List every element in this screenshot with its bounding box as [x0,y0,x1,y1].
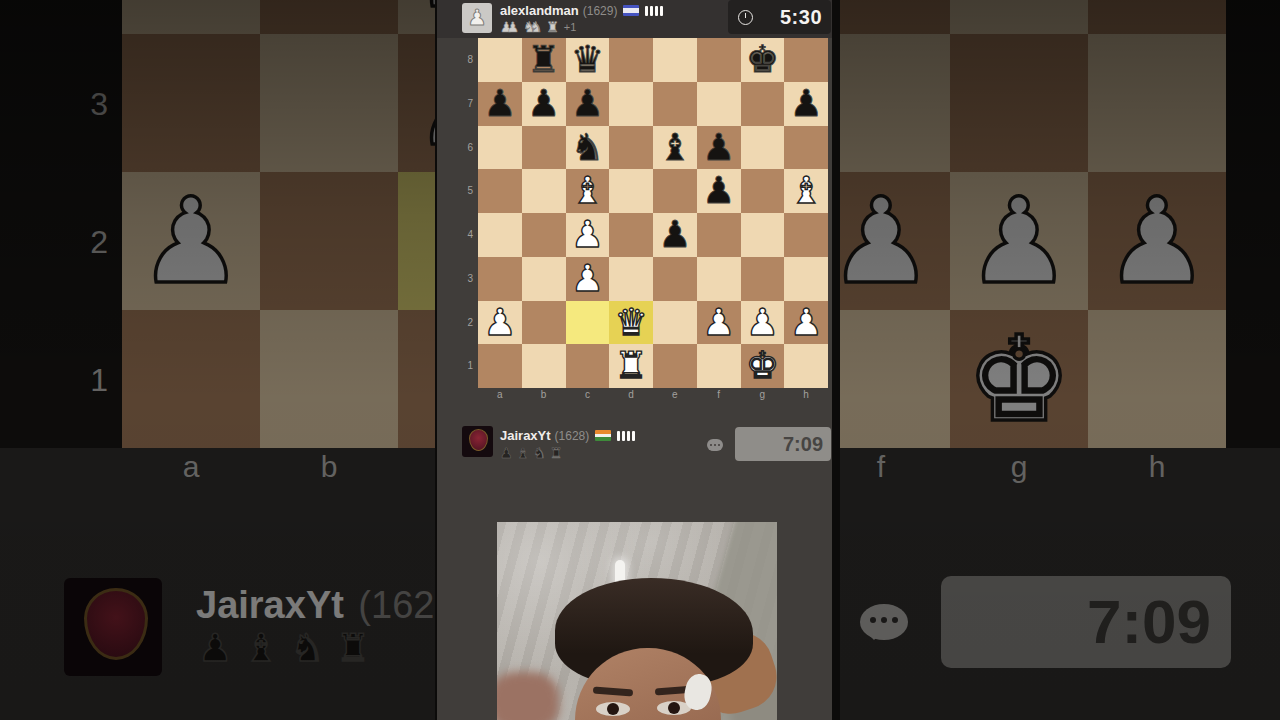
piece-white-pawn: ♟ [566,213,610,256]
phone-right-edge [832,0,840,720]
india-flag-icon [595,430,611,441]
square-f5[interactable]: ♟ [697,169,741,213]
square-b3[interactable] [522,257,566,301]
bottom-player-bar[interactable]: JairaxYt (1628) ♟♝♞♜ 7:09 [437,424,832,462]
webcam-wall-patch [497,672,559,720]
square-a4[interactable] [478,213,522,257]
square-b7[interactable]: ♟ [522,82,566,126]
square-h7[interactable]: ♟ [784,82,828,126]
square-a6[interactable] [478,126,522,170]
square-b4[interactable] [522,213,566,257]
square-h8[interactable] [784,38,828,82]
file-label-c: c [566,388,610,401]
square-c1[interactable] [566,344,610,388]
bottom-player-rating: (1628) [555,429,590,443]
piece-black-pawn: ♟ [784,82,828,125]
top-player-name: alexlandman [500,3,579,18]
top-player-clock: 5:30 [728,0,831,34]
captured-pawn-icon: ♟ [500,446,513,460]
clock-ticking-icon [738,10,753,25]
webcam-person-eye [596,702,630,716]
piece-black-pawn: ♟ [522,82,566,125]
square-e7[interactable] [653,82,697,126]
square-e8[interactable] [653,38,697,82]
square-d1[interactable]: ♜ [609,344,653,388]
file-label-e: e [653,388,697,401]
square-g4[interactable] [741,213,785,257]
crest-icon [469,429,488,451]
square-d5[interactable] [609,169,653,213]
file-label-d: d [609,388,653,401]
bottom-player-avatar[interactable] [462,426,493,457]
square-g6[interactable] [741,126,785,170]
square-g3[interactable] [741,257,785,301]
rank-label-7: 7 [437,82,473,126]
top-player-bar[interactable]: ♟ alexlandman (1629) ♟♟♞♞♜+1 5:30 [437,0,832,38]
square-d2[interactable]: ♛ [609,301,653,345]
rank-label-1: 1 [437,344,473,388]
square-h3[interactable] [784,257,828,301]
captured-knight-icon: ♞ [533,446,546,460]
captured-rook-icon: ♜ [546,20,559,34]
piece-black-pawn: ♟ [697,169,741,212]
bottom-player-name: JairaxYt [500,428,551,443]
top-player-rating: (1629) [583,4,618,18]
piece-white-bishop: ♝ [566,169,610,212]
square-b5[interactable] [522,169,566,213]
square-c2[interactable] [566,301,610,345]
square-d7[interactable] [609,82,653,126]
signal-bars-icon [645,6,665,16]
rank-label-3: 3 [437,257,473,301]
piece-black-pawn: ♟ [566,82,610,125]
square-c3[interactable]: ♟ [566,257,610,301]
square-c5[interactable]: ♝ [566,169,610,213]
piece-white-pawn: ♟ [784,301,828,344]
captured-pawn-icon: ♟ [507,20,520,34]
square-c8[interactable]: ♛ [566,38,610,82]
square-f1[interactable] [697,344,741,388]
square-d6[interactable] [609,126,653,170]
square-b6[interactable] [522,126,566,170]
piece-black-queen: ♛ [566,38,610,81]
square-a5[interactable] [478,169,522,213]
square-d4[interactable] [609,213,653,257]
captured-rook-icon: ♜ [550,446,563,460]
file-label-a: a [478,388,522,401]
square-g5[interactable] [741,169,785,213]
rank-label-2: 2 [437,301,473,345]
top-clock-time: 5:30 [753,6,831,29]
bottom-captured-tray: ♟♝♞♜ [500,445,562,460]
square-h4[interactable] [784,213,828,257]
webcam-feed [497,522,777,720]
file-label-g: g [741,388,785,401]
file-label-h: h [784,388,828,401]
file-labels: abcdefgh [478,388,828,401]
piece-white-queen: ♛ [609,301,653,344]
piece-white-rook: ♜ [609,344,653,387]
square-g1[interactable]: ♚ [741,344,785,388]
square-d8[interactable] [609,38,653,82]
signal-bars-icon [617,431,637,441]
rank-label-4: 4 [437,213,473,257]
square-f7[interactable] [697,82,741,126]
rank-label-5: 5 [437,169,473,213]
square-e6[interactable]: ♝ [653,126,697,170]
square-c7[interactable]: ♟ [566,82,610,126]
square-d3[interactable] [609,257,653,301]
square-h5[interactable]: ♝ [784,169,828,213]
square-b8[interactable]: ♜ [522,38,566,82]
top-player-avatar[interactable]: ♟ [462,3,492,33]
piece-white-king: ♚ [741,344,785,387]
square-h6[interactable] [784,126,828,170]
square-a1[interactable] [478,344,522,388]
captured-knight-icon: ♞ [530,20,543,34]
square-a8[interactable] [478,38,522,82]
square-c4[interactable]: ♟ [566,213,610,257]
israel-flag-icon [623,5,639,16]
phone-screen: ♟ alexlandman (1629) ♟♟♞♞♜+1 5:30 876543… [437,0,832,720]
square-f2[interactable]: ♟ [697,301,741,345]
square-f6[interactable]: ♟ [697,126,741,170]
piece-black-pawn: ♟ [653,213,697,256]
square-a7[interactable]: ♟ [478,82,522,126]
square-g2[interactable]: ♟ [741,301,785,345]
square-h1[interactable] [784,344,828,388]
piece-black-pawn: ♟ [697,126,741,169]
rank-label-8: 8 [437,38,473,82]
square-e3[interactable] [653,257,697,301]
file-label-f: f [697,388,741,401]
rank-labels: 87654321 [437,38,473,388]
piece-black-king: ♚ [741,38,785,81]
square-f4[interactable] [697,213,741,257]
square-f3[interactable] [697,257,741,301]
square-b1[interactable] [522,344,566,388]
material-advantage: +1 [564,21,577,33]
square-e2[interactable] [653,301,697,345]
square-a3[interactable] [478,257,522,301]
top-captured-tray: ♟♟♞♞♜+1 [500,19,576,34]
captured-bishop-icon: ♝ [517,446,530,460]
square-e4[interactable]: ♟ [653,213,697,257]
piece-black-knight: ♞ [566,126,610,169]
piece-white-bishop: ♝ [784,169,828,212]
square-e5[interactable] [653,169,697,213]
square-f8[interactable] [697,38,741,82]
square-g8[interactable]: ♚ [741,38,785,82]
square-h2[interactable]: ♟ [784,301,828,345]
piece-white-pawn: ♟ [478,301,522,344]
square-c6[interactable]: ♞ [566,126,610,170]
piece-black-pawn: ♟ [478,82,522,125]
piece-black-bishop: ♝ [653,126,697,169]
chat-bubble-icon[interactable] [707,439,723,451]
piece-white-pawn: ♟ [741,301,785,344]
square-e1[interactable] [653,344,697,388]
piece-white-pawn: ♟ [697,301,741,344]
square-g7[interactable] [741,82,785,126]
rank-label-6: 6 [437,126,473,170]
bottom-player-clock: 7:09 [735,427,831,461]
square-a2[interactable]: ♟ [478,301,522,345]
file-label-b: b [522,388,566,401]
piece-black-rook: ♜ [522,38,566,81]
piece-white-pawn: ♟ [566,257,610,300]
square-b2[interactable] [522,301,566,345]
chess-board[interactable]: ♜♛♚♟♟♟♟♞♝♟♝♟♝♟♟♟♟♛♟♟♟♜♚ [478,38,828,388]
